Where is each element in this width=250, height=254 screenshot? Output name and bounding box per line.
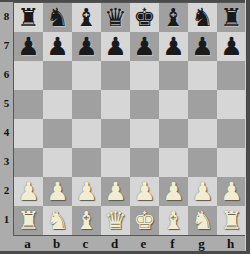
square-h2[interactable]: ♟ bbox=[217, 177, 246, 206]
piece-black-pawn: ♟ bbox=[14, 32, 43, 61]
square-c1[interactable]: ♝ bbox=[72, 206, 101, 235]
square-h3[interactable] bbox=[217, 148, 246, 177]
square-g8[interactable]: ♞ bbox=[188, 3, 217, 32]
square-g7[interactable]: ♟ bbox=[188, 32, 217, 61]
rank-labels: 8 7 6 5 4 3 2 1 bbox=[0, 2, 13, 234]
square-c6[interactable] bbox=[72, 61, 101, 90]
square-c5[interactable] bbox=[72, 90, 101, 119]
piece-white-pawn: ♟ bbox=[217, 177, 246, 206]
rank-label-7: 7 bbox=[0, 31, 13, 60]
piece-black-rook: ♜ bbox=[14, 3, 43, 32]
rank-label-3: 3 bbox=[0, 147, 13, 176]
file-labels: a b c d e f g h bbox=[13, 236, 245, 251]
piece-white-pawn: ♟ bbox=[43, 177, 72, 206]
rank-label-2: 2 bbox=[0, 176, 13, 205]
chess-board: ♜♞♝♛♚♝♞♜♟♟♟♟♟♟♟♟♟♟♟♟♟♟♟♟♜♞♝♛♚♝♞♜ bbox=[13, 2, 247, 236]
square-b7[interactable]: ♟ bbox=[43, 32, 72, 61]
square-g6[interactable] bbox=[188, 61, 217, 90]
piece-black-pawn: ♟ bbox=[43, 32, 72, 61]
square-b4[interactable] bbox=[43, 119, 72, 148]
square-c7[interactable]: ♟ bbox=[72, 32, 101, 61]
piece-white-pawn: ♟ bbox=[101, 177, 130, 206]
square-a3[interactable] bbox=[14, 148, 43, 177]
square-d2[interactable]: ♟ bbox=[101, 177, 130, 206]
square-h6[interactable] bbox=[217, 61, 246, 90]
square-f7[interactable]: ♟ bbox=[159, 32, 188, 61]
piece-white-pawn: ♟ bbox=[188, 177, 217, 206]
square-g2[interactable]: ♟ bbox=[188, 177, 217, 206]
square-f6[interactable] bbox=[159, 61, 188, 90]
piece-white-pawn: ♟ bbox=[159, 177, 188, 206]
square-g1[interactable]: ♞ bbox=[188, 206, 217, 235]
file-label-c: c bbox=[71, 236, 100, 251]
square-h7[interactable]: ♟ bbox=[217, 32, 246, 61]
file-label-f: f bbox=[158, 236, 187, 251]
piece-black-knight: ♞ bbox=[43, 3, 72, 32]
piece-black-pawn: ♟ bbox=[159, 32, 188, 61]
piece-black-bishop: ♝ bbox=[159, 3, 188, 32]
square-d7[interactable]: ♟ bbox=[101, 32, 130, 61]
square-e7[interactable]: ♟ bbox=[130, 32, 159, 61]
piece-black-pawn: ♟ bbox=[101, 32, 130, 61]
square-g4[interactable] bbox=[188, 119, 217, 148]
piece-white-pawn: ♟ bbox=[14, 177, 43, 206]
piece-black-bishop: ♝ bbox=[72, 3, 101, 32]
piece-white-bishop: ♝ bbox=[72, 206, 101, 235]
square-b6[interactable] bbox=[43, 61, 72, 90]
piece-black-pawn: ♟ bbox=[72, 32, 101, 61]
square-d1[interactable]: ♛ bbox=[101, 206, 130, 235]
piece-white-bishop: ♝ bbox=[159, 206, 188, 235]
file-label-d: d bbox=[100, 236, 129, 251]
square-h4[interactable] bbox=[217, 119, 246, 148]
chess-app-window: 8 7 6 5 4 3 2 1 ♜♞♝♛♚♝♞♜♟♟♟♟♟♟♟♟♟♟♟♟♟♟♟♟… bbox=[0, 0, 250, 254]
square-d4[interactable] bbox=[101, 119, 130, 148]
square-f3[interactable] bbox=[159, 148, 188, 177]
square-c2[interactable]: ♟ bbox=[72, 177, 101, 206]
piece-white-pawn: ♟ bbox=[130, 177, 159, 206]
piece-white-knight: ♞ bbox=[188, 206, 217, 235]
rank-label-6: 6 bbox=[0, 60, 13, 89]
square-g5[interactable] bbox=[188, 90, 217, 119]
square-f8[interactable]: ♝ bbox=[159, 3, 188, 32]
file-label-a: a bbox=[13, 236, 42, 251]
square-b1[interactable]: ♞ bbox=[43, 206, 72, 235]
square-b8[interactable]: ♞ bbox=[43, 3, 72, 32]
square-c4[interactable] bbox=[72, 119, 101, 148]
square-e3[interactable] bbox=[130, 148, 159, 177]
square-a4[interactable] bbox=[14, 119, 43, 148]
file-label-h: h bbox=[216, 236, 245, 251]
square-a7[interactable]: ♟ bbox=[14, 32, 43, 61]
square-d5[interactable] bbox=[101, 90, 130, 119]
file-label-e: e bbox=[129, 236, 158, 251]
square-e6[interactable] bbox=[130, 61, 159, 90]
rank-label-8: 8 bbox=[0, 2, 13, 31]
piece-black-king: ♚ bbox=[130, 3, 159, 32]
piece-black-pawn: ♟ bbox=[188, 32, 217, 61]
square-b5[interactable] bbox=[43, 90, 72, 119]
piece-white-rook: ♜ bbox=[14, 206, 43, 235]
square-a1[interactable]: ♜ bbox=[14, 206, 43, 235]
square-b2[interactable]: ♟ bbox=[43, 177, 72, 206]
window-right-edge bbox=[245, 0, 250, 254]
piece-black-knight: ♞ bbox=[188, 3, 217, 32]
square-c3[interactable] bbox=[72, 148, 101, 177]
piece-black-pawn: ♟ bbox=[130, 32, 159, 61]
square-e4[interactable] bbox=[130, 119, 159, 148]
square-f2[interactable]: ♟ bbox=[159, 177, 188, 206]
square-a2[interactable]: ♟ bbox=[14, 177, 43, 206]
piece-white-king: ♚ bbox=[130, 206, 159, 235]
file-label-g: g bbox=[187, 236, 216, 251]
square-g3[interactable] bbox=[188, 148, 217, 177]
piece-black-rook: ♜ bbox=[217, 3, 246, 32]
piece-black-queen: ♛ bbox=[101, 3, 130, 32]
square-c8[interactable]: ♝ bbox=[72, 3, 101, 32]
square-f5[interactable] bbox=[159, 90, 188, 119]
piece-white-rook: ♜ bbox=[217, 206, 246, 235]
file-label-b: b bbox=[42, 236, 71, 251]
square-e5[interactable] bbox=[130, 90, 159, 119]
square-d8[interactable]: ♛ bbox=[101, 3, 130, 32]
square-e8[interactable]: ♚ bbox=[130, 3, 159, 32]
square-e1[interactable]: ♚ bbox=[130, 206, 159, 235]
rank-label-1: 1 bbox=[0, 205, 13, 234]
piece-white-pawn: ♟ bbox=[72, 177, 101, 206]
square-f4[interactable] bbox=[159, 119, 188, 148]
square-a5[interactable] bbox=[14, 90, 43, 119]
piece-white-queen: ♛ bbox=[101, 206, 130, 235]
square-h1[interactable]: ♜ bbox=[217, 206, 246, 235]
piece-white-knight: ♞ bbox=[43, 206, 72, 235]
square-a6[interactable] bbox=[14, 61, 43, 90]
square-h5[interactable] bbox=[217, 90, 246, 119]
piece-black-pawn: ♟ bbox=[217, 32, 246, 61]
square-d6[interactable] bbox=[101, 61, 130, 90]
square-h8[interactable]: ♜ bbox=[217, 3, 246, 32]
square-f1[interactable]: ♝ bbox=[159, 206, 188, 235]
square-e2[interactable]: ♟ bbox=[130, 177, 159, 206]
rank-label-4: 4 bbox=[0, 118, 13, 147]
square-d3[interactable] bbox=[101, 148, 130, 177]
rank-label-5: 5 bbox=[0, 89, 13, 118]
square-b3[interactable] bbox=[43, 148, 72, 177]
square-a8[interactable]: ♜ bbox=[14, 3, 43, 32]
